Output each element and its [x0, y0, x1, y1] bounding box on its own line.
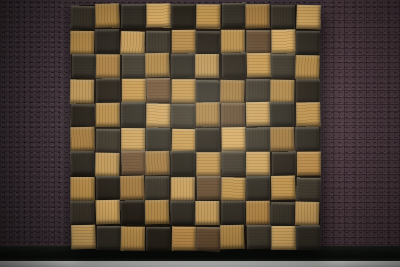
board-square[interactable] [295, 202, 319, 226]
board-square[interactable] [120, 30, 145, 54]
board-square[interactable] [296, 5, 321, 29]
board-square[interactable] [246, 102, 270, 126]
board-square[interactable] [221, 29, 245, 53]
board-square[interactable] [296, 79, 320, 103]
board-square[interactable] [146, 226, 170, 250]
board-square[interactable] [96, 78, 120, 102]
board-square[interactable] [145, 53, 169, 77]
board-square[interactable] [120, 200, 144, 224]
board-square[interactable] [245, 4, 269, 28]
board-square[interactable] [271, 29, 295, 53]
board-square[interactable] [95, 3, 120, 27]
board-square[interactable] [196, 226, 221, 250]
board-square[interactable] [195, 127, 219, 151]
board-square[interactable] [220, 224, 244, 248]
board-square[interactable] [146, 30, 170, 54]
board-square[interactable] [222, 52, 247, 76]
board-square[interactable] [195, 30, 220, 54]
board-square[interactable] [270, 202, 295, 226]
board-square[interactable] [247, 53, 271, 77]
board-square[interactable] [96, 103, 120, 127]
board-square[interactable] [272, 151, 296, 175]
board-square[interactable] [172, 79, 196, 103]
board-square[interactable] [171, 177, 195, 201]
board-square[interactable] [145, 200, 170, 224]
board-square[interactable] [246, 127, 270, 151]
board-square[interactable] [221, 103, 245, 127]
board-square[interactable] [295, 126, 319, 150]
board-square[interactable] [271, 54, 295, 78]
board-square[interactable] [171, 53, 195, 77]
board-square[interactable] [170, 151, 195, 175]
board-square[interactable] [121, 150, 146, 174]
board-square[interactable] [146, 3, 170, 27]
board-square[interactable] [221, 151, 245, 175]
board-square[interactable] [97, 226, 121, 250]
board-square[interactable] [271, 5, 295, 29]
board-square[interactable] [172, 128, 196, 152]
board-square[interactable] [246, 30, 270, 54]
photo-scene [0, 0, 400, 267]
board-square[interactable] [296, 30, 320, 54]
board-square[interactable] [121, 128, 145, 152]
board-square[interactable] [297, 152, 321, 176]
board-square[interactable] [71, 224, 95, 248]
board-square[interactable] [221, 201, 245, 225]
board-square[interactable] [120, 175, 145, 199]
board-square[interactable] [70, 79, 94, 103]
board-square[interactable] [70, 151, 95, 175]
board-square[interactable] [196, 152, 220, 176]
board-square[interactable] [96, 54, 120, 78]
board-square[interactable] [196, 4, 220, 28]
leather-scales-right [322, 0, 400, 252]
board-square[interactable] [96, 200, 121, 224]
board-square[interactable] [220, 79, 245, 103]
board-square[interactable] [222, 127, 246, 151]
floor-strip [0, 261, 400, 267]
board-square[interactable] [95, 153, 119, 177]
board-square[interactable] [270, 126, 294, 150]
board-square[interactable] [146, 103, 170, 127]
board-square[interactable] [121, 226, 145, 250]
board-square[interactable] [296, 177, 320, 201]
board-square[interactable] [270, 79, 294, 103]
board-square[interactable] [171, 104, 195, 128]
board-square[interactable] [72, 54, 96, 78]
board-square[interactable] [296, 225, 320, 249]
board-square[interactable] [146, 78, 170, 102]
board-square[interactable] [146, 127, 170, 151]
board-square[interactable] [195, 54, 219, 78]
board-square[interactable] [70, 177, 94, 201]
board-square[interactable] [222, 2, 246, 26]
board-square[interactable] [70, 30, 94, 54]
board-square[interactable] [121, 102, 145, 126]
board-square[interactable] [171, 4, 195, 28]
board-square[interactable] [122, 54, 146, 78]
board-square[interactable] [296, 102, 320, 126]
board-square[interactable] [246, 175, 270, 199]
board-square[interactable] [96, 128, 120, 152]
board [71, 5, 320, 249]
board-square[interactable] [246, 224, 271, 248]
board-square[interactable] [70, 5, 95, 29]
board-square[interactable] [196, 79, 221, 103]
board-square[interactable] [246, 201, 270, 225]
board-square[interactable] [195, 201, 219, 225]
board-square[interactable] [172, 226, 196, 250]
board-square[interactable] [121, 4, 145, 28]
board-square[interactable] [196, 102, 220, 126]
board-square[interactable] [271, 175, 296, 199]
board-square[interactable] [70, 104, 95, 128]
board-square[interactable] [295, 55, 320, 79]
board-square[interactable] [172, 29, 196, 53]
board-square[interactable] [122, 78, 146, 102]
board-square[interactable] [246, 152, 270, 176]
board-square[interactable] [221, 177, 245, 201]
board-square[interactable] [271, 225, 295, 249]
board-square[interactable] [197, 175, 221, 199]
board-square[interactable] [70, 126, 94, 150]
board-square[interactable] [170, 201, 194, 225]
board-square[interactable] [246, 78, 270, 102]
board-square[interactable] [70, 201, 94, 225]
board-square[interactable] [96, 175, 120, 199]
board-square[interactable] [145, 151, 170, 175]
board-square[interactable] [95, 28, 119, 52]
board-square[interactable] [145, 175, 169, 199]
leather-scales-left [0, 0, 60, 252]
board-square[interactable] [270, 102, 294, 126]
